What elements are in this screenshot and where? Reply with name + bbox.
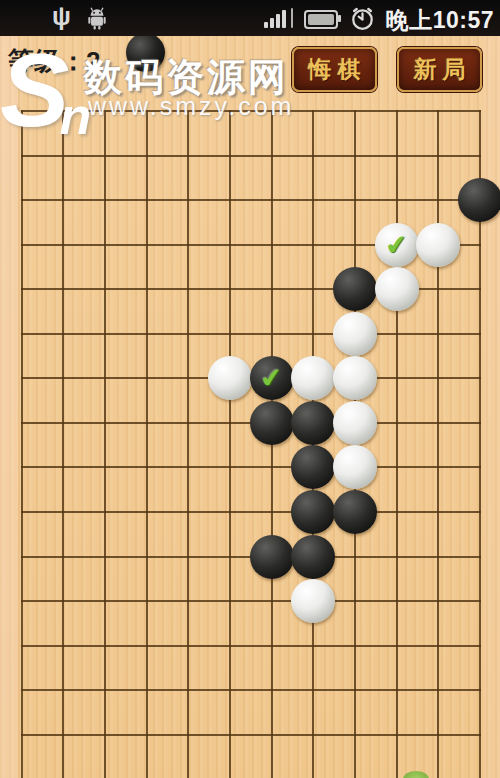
status-bar: ψ xyxy=(0,0,500,36)
black-stone xyxy=(250,401,294,445)
grid-line-horizontal xyxy=(21,333,482,335)
grid-line-vertical xyxy=(437,110,439,778)
white-stone xyxy=(333,356,377,400)
white-stone-last-move: ✔ xyxy=(375,223,419,267)
black-stone xyxy=(291,490,335,534)
grid-line-vertical xyxy=(229,110,231,778)
android-robot-icon xyxy=(84,5,110,31)
grid-line-horizontal xyxy=(21,689,482,691)
grid-line-horizontal xyxy=(21,600,482,602)
black-stone xyxy=(291,445,335,489)
black-stone-last-move: ✔ xyxy=(250,356,294,400)
go-board[interactable]: ✔✔ xyxy=(0,36,500,778)
grid-line-horizontal xyxy=(21,734,482,736)
alarm-clock-icon xyxy=(349,5,376,32)
black-stone xyxy=(333,267,377,311)
status-time: 晚上10:57 xyxy=(386,5,494,36)
usb-icon: ψ xyxy=(52,2,71,31)
grid-line-vertical xyxy=(187,110,189,778)
undo-move-label: 悔棋 xyxy=(303,54,367,85)
grid-line-horizontal xyxy=(21,155,482,157)
undo-move-button[interactable]: 悔棋 xyxy=(292,47,377,92)
black-stone xyxy=(291,401,335,445)
last-move-check-icon: ✔ xyxy=(259,361,285,395)
grid-line-horizontal xyxy=(21,199,482,201)
grid-line-horizontal xyxy=(21,645,482,647)
battery-icon xyxy=(304,10,338,29)
white-stone xyxy=(333,312,377,356)
black-stone xyxy=(458,178,500,222)
board-left-margin xyxy=(0,36,18,778)
grid-line-horizontal xyxy=(21,466,482,468)
black-stone xyxy=(250,535,294,579)
grid-line-horizontal xyxy=(21,511,482,513)
white-stone xyxy=(333,445,377,489)
new-game-button[interactable]: 新局 xyxy=(397,47,482,92)
white-stone xyxy=(416,223,460,267)
last-move-check-icon: ✔ xyxy=(384,227,410,261)
grid-line-vertical xyxy=(21,110,23,778)
grid-line-vertical xyxy=(62,110,64,778)
white-stone xyxy=(208,356,252,400)
grid-line-horizontal xyxy=(21,110,482,112)
phone-screen: ψ xyxy=(0,0,500,778)
white-stone xyxy=(375,267,419,311)
black-stone xyxy=(333,490,377,534)
black-stone xyxy=(291,535,335,579)
grid-line-vertical xyxy=(146,110,148,778)
turn-indicator-black-stone xyxy=(126,33,165,72)
white-stone xyxy=(291,579,335,623)
board-right-margin xyxy=(483,36,500,778)
white-stone xyxy=(291,356,335,400)
grid-line-vertical xyxy=(104,110,106,778)
grid-line-vertical xyxy=(396,110,398,778)
level-label: 等级：2 xyxy=(8,44,100,79)
white-stone xyxy=(333,401,377,445)
signal-strength-icon xyxy=(264,8,298,28)
new-game-label: 新局 xyxy=(408,54,472,85)
